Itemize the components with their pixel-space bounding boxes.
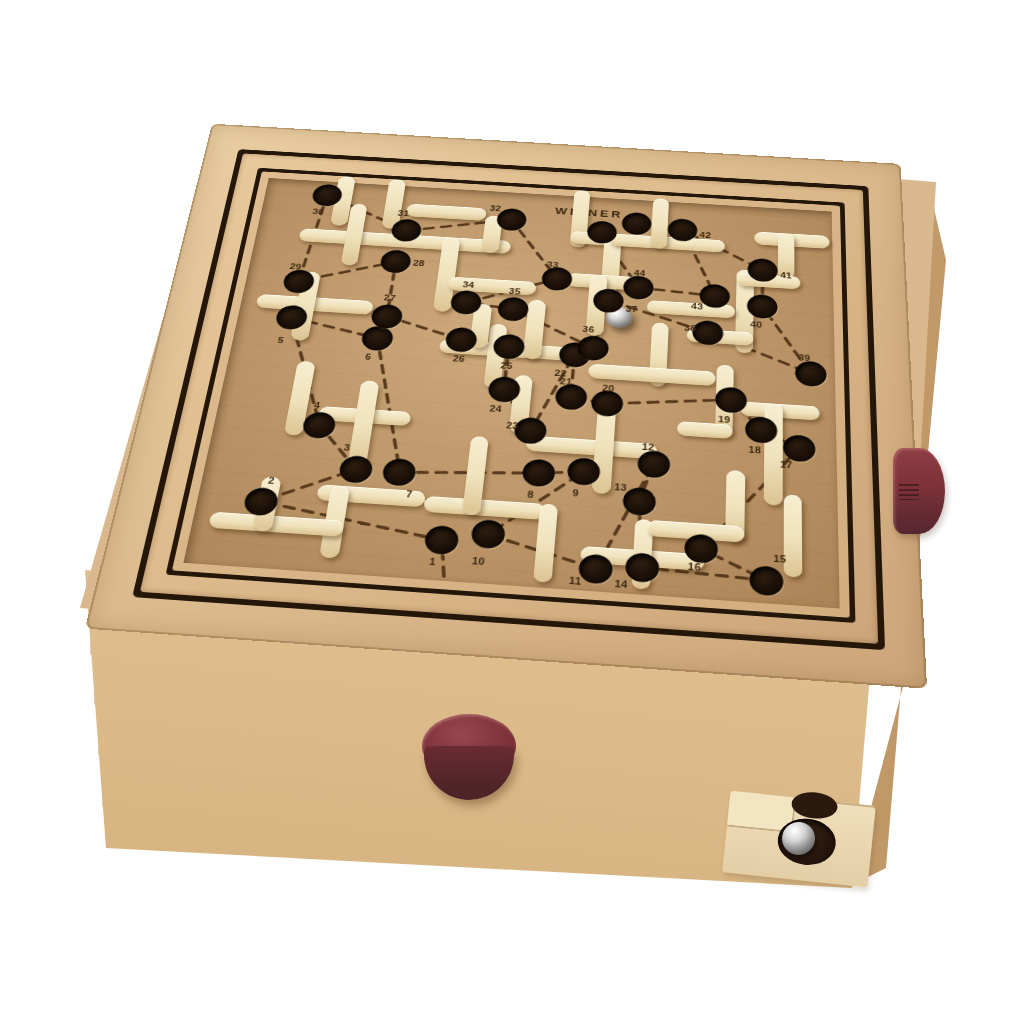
hole-number-label: 31 bbox=[397, 209, 410, 218]
hole-number-label: 36 bbox=[582, 324, 595, 334]
hole-number-label: 13 bbox=[614, 481, 627, 492]
hole-number-label: 37 bbox=[625, 304, 638, 314]
hole-number-label: 22 bbox=[554, 368, 567, 378]
maze-surface: WINNER 45 ▲ 1234567891011121314151617181… bbox=[183, 178, 839, 609]
right-tilt-knob[interactable] bbox=[893, 448, 945, 534]
hole-number-label: 33 bbox=[547, 260, 560, 269]
hole-number-label: 34 bbox=[462, 280, 475, 290]
knob-grip-ridges bbox=[899, 484, 919, 500]
labyrinth-game-photo: WINNER 45 ▲ 1234567891011121314151617181… bbox=[0, 0, 1024, 1024]
hole-number-label: 23 bbox=[506, 420, 520, 431]
hole-number-label: 29 bbox=[289, 262, 302, 271]
hole-number-label: 42 bbox=[699, 230, 711, 239]
hole-number-label: 40 bbox=[750, 319, 762, 329]
hole-number-label: 15 bbox=[773, 553, 786, 565]
hole-number-label: 17 bbox=[780, 459, 793, 470]
hole-number-label: 30 bbox=[312, 207, 325, 216]
hole-number-label: 14 bbox=[614, 578, 628, 590]
hole-number-label: 38 bbox=[684, 323, 696, 333]
hole-number-label: 16 bbox=[688, 560, 702, 572]
hole-number-label: 9 bbox=[572, 487, 579, 498]
hole-number-label: 11 bbox=[568, 575, 581, 587]
maze-wall bbox=[783, 494, 802, 577]
hole-number-label: 19 bbox=[718, 414, 731, 425]
knob-body bbox=[424, 746, 514, 800]
hole-number-label: 35 bbox=[508, 286, 521, 296]
hole-number-label: 44 bbox=[634, 268, 646, 278]
hole-number-label: 26 bbox=[452, 354, 465, 364]
hole-number-label: 18 bbox=[748, 444, 761, 455]
hole-number-label: 10 bbox=[471, 555, 485, 567]
hole-number-label: 25 bbox=[500, 361, 513, 371]
hole-number-label: 27 bbox=[383, 293, 396, 303]
box-top-face: WINNER 45 ▲ 1234567891011121314151617181… bbox=[85, 124, 927, 689]
hole-number-label: 8 bbox=[527, 488, 534, 499]
front-tilt-knob[interactable] bbox=[422, 714, 516, 804]
hole-number-label: 24 bbox=[489, 403, 503, 414]
hole-number-label: 32 bbox=[489, 204, 501, 213]
hole-number-label: 41 bbox=[780, 270, 792, 280]
maze-wall bbox=[650, 198, 669, 249]
hole-number-label: 28 bbox=[412, 259, 425, 268]
ball-storage-well bbox=[722, 791, 876, 888]
hole-number-label: 12 bbox=[642, 441, 655, 452]
hole-number-label: 20 bbox=[602, 383, 615, 393]
hole-number-label: 1 bbox=[429, 556, 437, 567]
hole-number-label: 43 bbox=[691, 301, 703, 311]
hole-number-label: 39 bbox=[798, 353, 810, 363]
